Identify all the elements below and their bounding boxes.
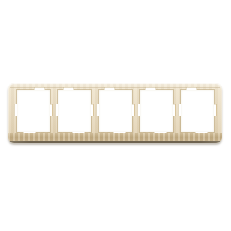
mounting-notch-top	[34, 87, 45, 90]
frame-openings	[17, 90, 214, 132]
mounting-notch-right	[173, 104, 176, 116]
frame-opening-2	[58, 90, 91, 132]
mounting-notch-right	[50, 104, 53, 116]
mounting-notch-right	[214, 104, 217, 116]
mounting-notch-right	[132, 104, 135, 116]
mounting-notch-top	[104, 87, 115, 90]
mounting-notch-left	[14, 104, 17, 116]
mounting-notch-left	[178, 104, 181, 116]
mounting-notch-right	[91, 104, 94, 116]
frame-opening-3	[99, 90, 132, 132]
frame-opening-4	[140, 90, 173, 132]
mounting-notch-top	[63, 87, 74, 90]
frame-bottom-edge	[8, 141, 222, 144]
mounting-notch-top	[186, 87, 197, 90]
mounting-notch-left	[137, 104, 140, 116]
product-photo	[0, 0, 231, 231]
mounting-notch-left	[96, 104, 99, 116]
switch-frame	[8, 83, 222, 143]
mounting-notch-top	[145, 87, 156, 90]
frame-opening-5	[181, 90, 214, 132]
frame-opening-1	[17, 90, 50, 132]
mounting-notch-left	[55, 104, 58, 116]
